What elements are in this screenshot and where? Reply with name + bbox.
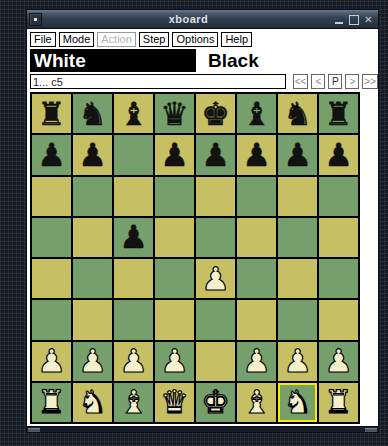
square-e8[interactable]: ♚ xyxy=(196,94,235,133)
square-e3[interactable] xyxy=(196,300,235,339)
black-pawn: ♟ xyxy=(283,136,312,174)
square-c5[interactable]: ♟ xyxy=(114,218,153,257)
menu-options-button[interactable]: Options xyxy=(172,32,218,47)
white-bishop: ♝ xyxy=(119,383,148,421)
white-player-label: White xyxy=(30,49,196,72)
menu-help-button[interactable]: Help xyxy=(221,32,252,47)
black-knight: ♞ xyxy=(78,95,107,133)
square-d4[interactable] xyxy=(155,259,194,298)
square-h6[interactable] xyxy=(319,177,358,216)
square-c7[interactable] xyxy=(114,135,153,174)
square-e1[interactable]: ♚ xyxy=(196,383,235,422)
black-pawn: ♟ xyxy=(119,218,148,256)
client-area: FileModeActionStepOptionsHelp White Blac… xyxy=(27,29,378,426)
square-h8[interactable]: ♜ xyxy=(319,94,358,133)
square-f1[interactable]: ♝ xyxy=(237,383,276,422)
square-d6[interactable] xyxy=(155,177,194,216)
white-pawn: ♟ xyxy=(283,342,312,380)
square-a3[interactable] xyxy=(32,300,71,339)
black-pawn: ♟ xyxy=(201,136,230,174)
white-pawn: ♟ xyxy=(160,342,189,380)
resize-grip-left[interactable] xyxy=(28,428,40,432)
step-forward-button[interactable]: > xyxy=(345,74,359,89)
resize-grip-right[interactable] xyxy=(365,428,377,432)
square-b7[interactable]: ♟ xyxy=(73,135,112,174)
square-b2[interactable]: ♟ xyxy=(73,342,112,381)
square-b1[interactable]: ♞ xyxy=(73,383,112,422)
square-a8[interactable]: ♜ xyxy=(32,94,71,133)
menu-step-button[interactable]: Step xyxy=(139,32,170,47)
square-h7[interactable]: ♟ xyxy=(319,135,358,174)
square-a7[interactable]: ♟ xyxy=(32,135,71,174)
titlebar[interactable]: xboard ✕ xyxy=(27,10,378,29)
square-c2[interactable]: ♟ xyxy=(114,342,153,381)
square-d5[interactable] xyxy=(155,218,194,257)
square-f6[interactable] xyxy=(237,177,276,216)
square-d2[interactable]: ♟ xyxy=(155,342,194,381)
step-back-button[interactable]: < xyxy=(311,74,325,89)
white-king: ♚ xyxy=(201,383,230,421)
square-d3[interactable] xyxy=(155,300,194,339)
menu-action-button[interactable]: Action xyxy=(97,32,136,47)
minimize-button[interactable] xyxy=(332,13,345,26)
square-b8[interactable]: ♞ xyxy=(73,94,112,133)
black-player-label: Black xyxy=(196,49,259,72)
black-queen: ♛ xyxy=(160,95,189,133)
square-b4[interactable] xyxy=(73,259,112,298)
rewind-to-start-button[interactable]: << xyxy=(293,74,309,89)
square-h5[interactable] xyxy=(319,218,358,257)
square-d1[interactable]: ♛ xyxy=(155,383,194,422)
black-bishop: ♝ xyxy=(242,95,271,133)
square-c3[interactable] xyxy=(114,300,153,339)
square-e6[interactable] xyxy=(196,177,235,216)
white-rook: ♜ xyxy=(37,383,66,421)
white-bishop: ♝ xyxy=(242,383,271,421)
square-f4[interactable] xyxy=(237,259,276,298)
black-rook: ♜ xyxy=(37,95,66,133)
black-bishop: ♝ xyxy=(119,95,148,133)
white-rook: ♜ xyxy=(324,383,353,421)
square-e2[interactable] xyxy=(196,342,235,381)
square-g5[interactable] xyxy=(278,218,317,257)
white-knight: ♞ xyxy=(78,383,107,421)
white-pawn: ♟ xyxy=(119,342,148,380)
window-title: xboard xyxy=(45,13,332,25)
square-f5[interactable] xyxy=(237,218,276,257)
square-g6[interactable] xyxy=(278,177,317,216)
square-f3[interactable] xyxy=(237,300,276,339)
square-g7[interactable]: ♟ xyxy=(278,135,317,174)
black-pawn: ♟ xyxy=(78,136,107,174)
chess-board: ♜♞♝♛♚♝♞♜♟♟♟♟♟♟♟♟♟♟♟♟♟♟♟♟♜♞♝♛♚♝♞♜ xyxy=(30,92,360,424)
move-text-field[interactable] xyxy=(30,74,286,89)
xboard-window: xboard ✕ FileModeActionStepOptionsHelp W… xyxy=(26,9,379,433)
square-a2[interactable]: ♟ xyxy=(32,342,71,381)
black-pawn: ♟ xyxy=(324,136,353,174)
square-g8[interactable]: ♞ xyxy=(278,94,317,133)
black-knight: ♞ xyxy=(283,95,312,133)
square-f2[interactable]: ♟ xyxy=(237,342,276,381)
square-g3[interactable] xyxy=(278,300,317,339)
square-h2[interactable]: ♟ xyxy=(319,342,358,381)
black-pawn: ♟ xyxy=(37,136,66,174)
window-menu-button[interactable] xyxy=(29,13,42,26)
square-g4[interactable] xyxy=(278,259,317,298)
square-f8[interactable]: ♝ xyxy=(237,94,276,133)
window-menu-icon xyxy=(34,18,37,21)
square-c6[interactable] xyxy=(114,177,153,216)
pause-button[interactable]: P xyxy=(328,74,342,89)
square-a6[interactable] xyxy=(32,177,71,216)
black-pawn: ♟ xyxy=(160,136,189,174)
menu-bar: FileModeActionStepOptionsHelp xyxy=(30,32,378,47)
square-g1[interactable]: ♞ xyxy=(278,383,317,422)
white-pawn: ♟ xyxy=(201,260,230,298)
square-g2[interactable]: ♟ xyxy=(278,342,317,381)
square-a5[interactable] xyxy=(32,218,71,257)
square-h3[interactable] xyxy=(319,300,358,339)
player-header: White Black xyxy=(30,49,378,72)
white-knight: ♞ xyxy=(283,383,312,421)
menu-file-button[interactable]: File xyxy=(30,32,56,47)
white-queen: ♛ xyxy=(160,383,189,421)
square-d7[interactable]: ♟ xyxy=(155,135,194,174)
black-pawn: ♟ xyxy=(242,136,271,174)
square-c1[interactable]: ♝ xyxy=(114,383,153,422)
square-d8[interactable]: ♛ xyxy=(155,94,194,133)
square-c4[interactable] xyxy=(114,259,153,298)
white-pawn: ♟ xyxy=(324,342,353,380)
black-rook: ♜ xyxy=(324,95,353,133)
white-pawn: ♟ xyxy=(242,342,271,380)
square-e7[interactable]: ♟ xyxy=(196,135,235,174)
window-resize-bar xyxy=(27,426,378,432)
square-b5[interactable] xyxy=(73,218,112,257)
square-e5[interactable] xyxy=(196,218,235,257)
nav-buttons: <<<P>>> xyxy=(293,74,378,89)
square-h1[interactable]: ♜ xyxy=(319,383,358,422)
close-button[interactable]: ✕ xyxy=(362,13,375,26)
square-c8[interactable]: ♝ xyxy=(114,94,153,133)
square-a1[interactable]: ♜ xyxy=(32,383,71,422)
square-b6[interactable] xyxy=(73,177,112,216)
white-pawn: ♟ xyxy=(78,342,107,380)
menu-mode-button[interactable]: Mode xyxy=(59,32,95,47)
square-h4[interactable] xyxy=(319,259,358,298)
square-b3[interactable] xyxy=(73,300,112,339)
square-e4[interactable]: ♟ xyxy=(196,259,235,298)
square-f7[interactable]: ♟ xyxy=(237,135,276,174)
square-a4[interactable] xyxy=(32,259,71,298)
black-king: ♚ xyxy=(201,95,230,133)
maximize-button[interactable] xyxy=(347,13,360,26)
white-pawn: ♟ xyxy=(37,342,66,380)
forward-to-end-button[interactable]: >> xyxy=(362,74,378,89)
